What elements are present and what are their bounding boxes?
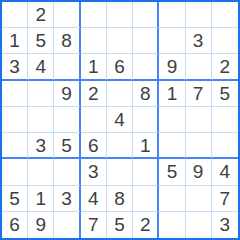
cell-r5c1[interactable]	[2, 107, 28, 133]
cell-r5c3[interactable]	[54, 107, 80, 133]
cell-r6c4[interactable]: 6	[81, 133, 107, 159]
cell-r2c6[interactable]	[133, 28, 159, 54]
cell-r2c9[interactable]	[212, 28, 238, 54]
cell-r8c1[interactable]: 5	[2, 186, 28, 212]
cell-r4c3[interactable]: 9	[54, 81, 80, 107]
cell-r8c6[interactable]	[133, 186, 159, 212]
cell-r6c6[interactable]: 1	[133, 133, 159, 159]
cell-r3c8[interactable]	[186, 54, 212, 80]
cell-r2c2[interactable]: 5	[28, 28, 54, 54]
cell-r5c5[interactable]: 4	[107, 107, 133, 133]
cell-r4c9[interactable]: 5	[212, 81, 238, 107]
cell-r8c2[interactable]: 1	[28, 186, 54, 212]
cell-r1c9[interactable]	[212, 2, 238, 28]
cell-r8c9[interactable]: 7	[212, 186, 238, 212]
cell-r4c8[interactable]: 7	[186, 81, 212, 107]
cell-r1c7[interactable]	[159, 2, 185, 28]
cell-r4c1[interactable]	[2, 81, 28, 107]
cell-r1c4[interactable]	[81, 2, 107, 28]
cell-r7c1[interactable]	[2, 159, 28, 185]
cell-r8c3[interactable]: 3	[54, 186, 80, 212]
cell-r1c2[interactable]: 2	[28, 2, 54, 28]
cell-r7c2[interactable]	[28, 159, 54, 185]
cell-r9c8[interactable]	[186, 212, 212, 238]
cell-r3c6[interactable]	[133, 54, 159, 80]
cell-r5c9[interactable]	[212, 107, 238, 133]
cell-r2c8[interactable]: 3	[186, 28, 212, 54]
cell-r4c6[interactable]: 8	[133, 81, 159, 107]
cell-r5c4[interactable]	[81, 107, 107, 133]
cell-r7c6[interactable]	[133, 159, 159, 185]
cell-r3c3[interactable]	[54, 54, 80, 80]
cell-r6c7[interactable]	[159, 133, 185, 159]
cell-r1c3[interactable]	[54, 2, 80, 28]
cell-r2c7[interactable]	[159, 28, 185, 54]
cell-r3c4[interactable]: 1	[81, 54, 107, 80]
cell-r6c9[interactable]	[212, 133, 238, 159]
cell-r9c7[interactable]	[159, 212, 185, 238]
cell-r1c1[interactable]	[2, 2, 28, 28]
cell-r3c7[interactable]: 9	[159, 54, 185, 80]
cell-r5c2[interactable]	[28, 107, 54, 133]
cell-r7c3[interactable]	[54, 159, 80, 185]
sudoku-board: 21583341692928175435613594513487697523	[0, 0, 240, 240]
cell-r1c8[interactable]	[186, 2, 212, 28]
cell-r7c4[interactable]: 3	[81, 159, 107, 185]
cell-r5c7[interactable]	[159, 107, 185, 133]
cell-r3c9[interactable]: 2	[212, 54, 238, 80]
cell-r9c3[interactable]	[54, 212, 80, 238]
cell-r4c4[interactable]: 2	[81, 81, 107, 107]
cell-r3c5[interactable]: 6	[107, 54, 133, 80]
cell-r6c5[interactable]	[107, 133, 133, 159]
cell-r9c4[interactable]: 7	[81, 212, 107, 238]
cell-r5c6[interactable]	[133, 107, 159, 133]
cell-r2c3[interactable]: 8	[54, 28, 80, 54]
cell-r9c9[interactable]: 3	[212, 212, 238, 238]
cell-r7c7[interactable]: 5	[159, 159, 185, 185]
cell-r2c5[interactable]	[107, 28, 133, 54]
cell-r4c2[interactable]	[28, 81, 54, 107]
cell-r2c1[interactable]: 1	[2, 28, 28, 54]
cell-r5c8[interactable]	[186, 107, 212, 133]
cell-r9c5[interactable]: 5	[107, 212, 133, 238]
cell-r9c6[interactable]: 2	[133, 212, 159, 238]
cell-r7c5[interactable]	[107, 159, 133, 185]
cell-r9c1[interactable]: 6	[2, 212, 28, 238]
cell-r7c8[interactable]: 9	[186, 159, 212, 185]
cell-r8c5[interactable]: 8	[107, 186, 133, 212]
cell-r3c2[interactable]: 4	[28, 54, 54, 80]
cell-r6c3[interactable]: 5	[54, 133, 80, 159]
cell-r2c4[interactable]	[81, 28, 107, 54]
cell-r6c2[interactable]: 3	[28, 133, 54, 159]
cell-r7c9[interactable]: 4	[212, 159, 238, 185]
cell-r1c6[interactable]	[133, 2, 159, 28]
cell-r6c1[interactable]	[2, 133, 28, 159]
cell-r3c1[interactable]: 3	[2, 54, 28, 80]
cell-r8c4[interactable]: 4	[81, 186, 107, 212]
cell-r8c8[interactable]	[186, 186, 212, 212]
cell-r4c5[interactable]	[107, 81, 133, 107]
cell-r1c5[interactable]	[107, 2, 133, 28]
cell-r8c7[interactable]	[159, 186, 185, 212]
cell-r6c8[interactable]	[186, 133, 212, 159]
cell-r4c7[interactable]: 1	[159, 81, 185, 107]
cell-r9c2[interactable]: 9	[28, 212, 54, 238]
